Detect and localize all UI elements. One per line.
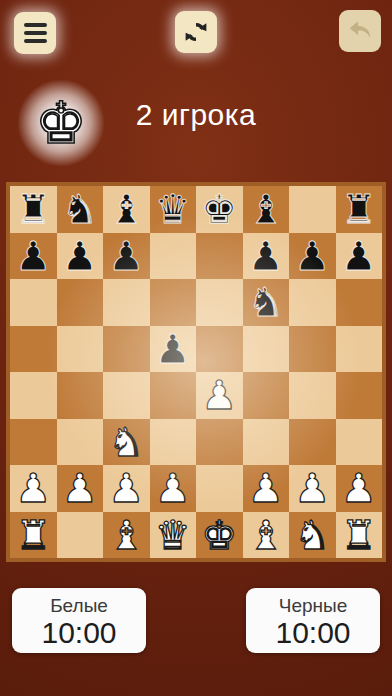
- square-f2[interactable]: ♟: [243, 465, 290, 512]
- hamburger-icon: [24, 23, 47, 43]
- piece-black-pawn[interactable]: ♟: [155, 326, 191, 372]
- square-e6[interactable]: [196, 279, 243, 326]
- piece-white-bishop[interactable]: ♝: [248, 512, 284, 558]
- square-d6[interactable]: [150, 279, 197, 326]
- piece-black-rook[interactable]: ♜: [341, 186, 377, 232]
- square-c4[interactable]: [103, 372, 150, 419]
- square-a7[interactable]: ♟: [10, 233, 57, 280]
- square-h2[interactable]: ♟: [336, 465, 383, 512]
- square-b4[interactable]: [57, 372, 104, 419]
- piece-white-queen[interactable]: ♛: [155, 512, 191, 558]
- piece-black-knight[interactable]: ♞: [62, 186, 98, 232]
- piece-black-pawn[interactable]: ♟: [341, 233, 377, 279]
- square-a8[interactable]: ♜: [10, 186, 57, 233]
- square-g7[interactable]: ♟: [289, 233, 336, 280]
- board-grid: ♜♞♝♛♚♝♜♟♟♟♟♟♟♞♟♟♞♟♟♟♟♟♟♟♜♝♛♚♝♞♜: [10, 186, 382, 558]
- piece-black-pawn[interactable]: ♟: [62, 233, 98, 279]
- square-b5[interactable]: [57, 326, 104, 373]
- square-h8[interactable]: ♜: [336, 186, 383, 233]
- square-b1[interactable]: [57, 512, 104, 559]
- square-h5[interactable]: [336, 326, 383, 373]
- square-h4[interactable]: [336, 372, 383, 419]
- square-b3[interactable]: [57, 419, 104, 466]
- piece-white-knight[interactable]: ♞: [108, 419, 144, 465]
- square-a3[interactable]: [10, 419, 57, 466]
- square-d5[interactable]: ♟: [150, 326, 197, 373]
- undo-button[interactable]: [339, 10, 381, 52]
- square-b8[interactable]: ♞: [57, 186, 104, 233]
- piece-black-knight[interactable]: ♞: [248, 279, 284, 325]
- piece-black-pawn[interactable]: ♟: [108, 233, 144, 279]
- square-g2[interactable]: ♟: [289, 465, 336, 512]
- square-f7[interactable]: ♟: [243, 233, 290, 280]
- piece-white-king[interactable]: ♚: [201, 512, 237, 558]
- white-clock[interactable]: Белые 10:00: [12, 588, 146, 653]
- square-f3[interactable]: [243, 419, 290, 466]
- chess-board: ♜♞♝♛♚♝♜♟♟♟♟♟♟♞♟♟♞♟♟♟♟♟♟♟♜♝♛♚♝♞♜: [6, 182, 386, 562]
- piece-black-queen[interactable]: ♛: [155, 186, 191, 232]
- piece-black-pawn[interactable]: ♟: [15, 233, 51, 279]
- piece-white-pawn[interactable]: ♟: [155, 465, 191, 511]
- square-e4[interactable]: ♟: [196, 372, 243, 419]
- square-d4[interactable]: [150, 372, 197, 419]
- square-g5[interactable]: [289, 326, 336, 373]
- piece-white-rook[interactable]: ♜: [15, 512, 51, 558]
- piece-black-king[interactable]: ♚: [201, 186, 237, 232]
- square-c7[interactable]: ♟: [103, 233, 150, 280]
- square-d1[interactable]: ♛: [150, 512, 197, 559]
- piece-white-bishop[interactable]: ♝: [108, 512, 144, 558]
- square-h7[interactable]: ♟: [336, 233, 383, 280]
- white-clock-label: Белые: [12, 595, 146, 617]
- piece-white-rook[interactable]: ♜: [341, 512, 377, 558]
- square-f6[interactable]: ♞: [243, 279, 290, 326]
- square-a4[interactable]: [10, 372, 57, 419]
- white-clock-time: 10:00: [12, 616, 146, 650]
- square-d8[interactable]: ♛: [150, 186, 197, 233]
- black-clock-time: 10:00: [246, 616, 380, 650]
- piece-black-bishop[interactable]: ♝: [108, 186, 144, 232]
- piece-white-pawn[interactable]: ♟: [15, 465, 51, 511]
- square-e1[interactable]: ♚: [196, 512, 243, 559]
- piece-white-pawn[interactable]: ♟: [62, 465, 98, 511]
- square-c1[interactable]: ♝: [103, 512, 150, 559]
- square-d7[interactable]: [150, 233, 197, 280]
- black-clock[interactable]: Черные 10:00: [246, 588, 380, 653]
- undo-arrow-icon: [347, 18, 373, 44]
- square-e5[interactable]: [196, 326, 243, 373]
- menu-button[interactable]: [14, 12, 56, 54]
- square-c8[interactable]: ♝: [103, 186, 150, 233]
- square-g6[interactable]: [289, 279, 336, 326]
- square-h3[interactable]: [336, 419, 383, 466]
- square-g8[interactable]: [289, 186, 336, 233]
- square-f8[interactable]: ♝: [243, 186, 290, 233]
- square-c6[interactable]: [103, 279, 150, 326]
- square-b2[interactable]: ♟: [57, 465, 104, 512]
- piece-white-pawn[interactable]: ♟: [294, 465, 330, 511]
- square-d2[interactable]: ♟: [150, 465, 197, 512]
- square-d3[interactable]: [150, 419, 197, 466]
- square-b6[interactable]: [57, 279, 104, 326]
- square-h1[interactable]: ♜: [336, 512, 383, 559]
- square-a5[interactable]: [10, 326, 57, 373]
- square-e2[interactable]: [196, 465, 243, 512]
- piece-black-pawn[interactable]: ♟: [248, 233, 284, 279]
- square-a1[interactable]: ♜: [10, 512, 57, 559]
- square-f1[interactable]: ♝: [243, 512, 290, 559]
- square-g4[interactable]: [289, 372, 336, 419]
- square-e3[interactable]: [196, 419, 243, 466]
- piece-black-rook[interactable]: ♜: [15, 186, 51, 232]
- square-g3[interactable]: [289, 419, 336, 466]
- piece-white-pawn[interactable]: ♟: [248, 465, 284, 511]
- piece-black-bishop[interactable]: ♝: [248, 186, 284, 232]
- square-e8[interactable]: ♚: [196, 186, 243, 233]
- square-a2[interactable]: ♟: [10, 465, 57, 512]
- square-h6[interactable]: [336, 279, 383, 326]
- piece-white-pawn[interactable]: ♟: [108, 465, 144, 511]
- game-mode-title: 2 игрока: [0, 98, 392, 132]
- square-f5[interactable]: [243, 326, 290, 373]
- square-a6[interactable]: [10, 279, 57, 326]
- piece-black-pawn[interactable]: ♟: [294, 233, 330, 279]
- piece-white-pawn[interactable]: ♟: [341, 465, 377, 511]
- square-c3[interactable]: ♞: [103, 419, 150, 466]
- piece-white-knight[interactable]: ♞: [294, 512, 330, 558]
- square-g1[interactable]: ♞: [289, 512, 336, 559]
- square-b7[interactable]: ♟: [57, 233, 104, 280]
- square-e7[interactable]: [196, 233, 243, 280]
- refresh-icon: [183, 19, 209, 45]
- square-c5[interactable]: [103, 326, 150, 373]
- piece-white-pawn[interactable]: ♟: [201, 372, 237, 418]
- square-c2[interactable]: ♟: [103, 465, 150, 512]
- new-game-button[interactable]: [175, 11, 217, 53]
- black-clock-label: Черные: [246, 595, 380, 617]
- square-f4[interactable]: [243, 372, 290, 419]
